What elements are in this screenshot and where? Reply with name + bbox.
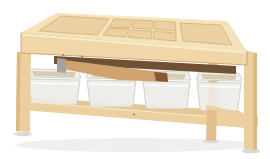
screw-apron-right xyxy=(81,55,83,57)
screw-apron-left xyxy=(62,54,64,56)
storage-bin-4 xyxy=(196,72,242,111)
floor-shadow-soft xyxy=(15,138,255,152)
storage-bin-1 xyxy=(27,69,81,105)
compartment-r2c1 xyxy=(103,28,129,37)
front-right-leg-shade xyxy=(254,53,258,150)
compartment-r1c2 xyxy=(132,20,153,29)
bin-highlight xyxy=(90,84,133,85)
bin-cavity xyxy=(32,71,76,77)
left-foot-shadow xyxy=(14,132,32,136)
back-right-leg-lower xyxy=(206,110,217,141)
compartment-r1c3 xyxy=(154,21,176,31)
compartment-r2c3 xyxy=(153,31,176,41)
bin-cavity xyxy=(201,74,237,80)
chute-shadow-edge xyxy=(154,72,168,82)
product-photo: Wooden children's sensory activity play … xyxy=(0,0,270,159)
compartment-r2c2 xyxy=(128,30,152,39)
bin-highlight xyxy=(146,85,187,86)
left-front-leg xyxy=(16,52,31,132)
screw-shelf-rail xyxy=(133,113,135,115)
bin-highlight xyxy=(200,86,238,87)
metal-bracket xyxy=(57,58,66,73)
activity-table-illustration xyxy=(0,0,270,159)
bin-highlight xyxy=(31,83,77,84)
